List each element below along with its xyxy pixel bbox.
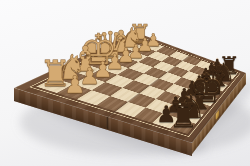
chess-piece-black-rook[interactable]: ♜ [168,99,198,132]
scene: ♜♞♟♟♝♟♛♟♚♟♟♝♜♟♟♞♞♟♟♜♝♟♟♛♟♚♟♝♟♞♟♜ [0,0,250,166]
chess-piece-white-pawn[interactable]: ♟ [64,72,86,96]
pieces-layer: ♜♞♟♟♝♟♛♟♚♟♟♝♜♟♟♞♞♟♟♜♝♟♟♛♟♚♟♝♟♞♟♜ [0,0,250,166]
